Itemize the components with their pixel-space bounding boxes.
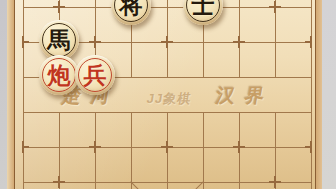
piece-red-cannon[interactable]: 炮 <box>39 55 79 95</box>
position-marker <box>233 36 245 48</box>
position-marker <box>89 141 101 153</box>
piece-black-advisor[interactable]: 士 <box>183 0 223 25</box>
position-marker <box>161 36 173 48</box>
piece-red-soldier[interactable]: 兵 <box>75 55 115 95</box>
piece-label: 炮 <box>39 55 79 95</box>
piece-black-general[interactable]: 将 <box>111 0 151 25</box>
position-marker <box>53 176 65 188</box>
position-marker <box>269 1 281 13</box>
position-marker <box>161 141 173 153</box>
river-label-right: 汉界 <box>208 85 282 107</box>
position-marker <box>53 1 65 13</box>
board-frame-right <box>315 0 322 189</box>
app-watermark: JJ象棋 <box>133 91 205 107</box>
letterbox-right <box>321 0 336 189</box>
piece-label: 将 <box>111 0 151 25</box>
position-marker <box>305 141 317 153</box>
position-marker <box>305 36 317 48</box>
board-frame-left <box>7 0 15 189</box>
letterbox-left <box>0 0 7 189</box>
grid-cell <box>203 182 239 189</box>
piece-label: 兵 <box>75 55 115 95</box>
piece-label: 馬 <box>39 20 79 60</box>
position-marker <box>89 36 101 48</box>
position-marker <box>233 141 245 153</box>
position-marker <box>269 176 281 188</box>
piece-black-horse[interactable]: 馬 <box>39 20 79 60</box>
position-marker <box>17 36 29 48</box>
grid-cell <box>275 77 311 112</box>
piece-label: 士 <box>183 0 223 25</box>
xiangqi-board-screen: 楚河 汉界 JJ象棋 将士馬炮兵 <box>0 0 336 189</box>
position-marker <box>17 141 29 153</box>
grid-cell <box>95 182 131 189</box>
